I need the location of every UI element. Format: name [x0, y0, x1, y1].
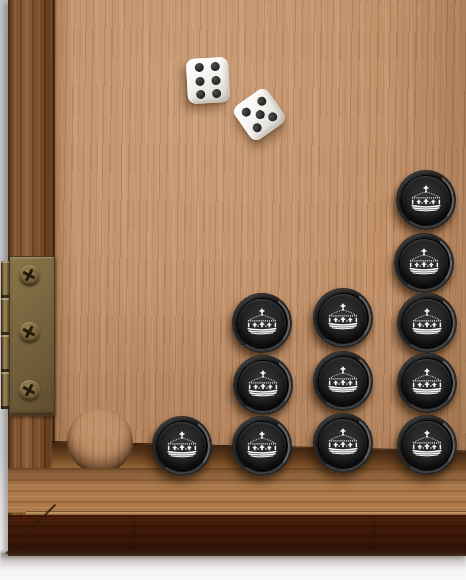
die-pip: [240, 106, 253, 119]
black-crown-checker[interactable]: [232, 293, 292, 353]
crown-emblem: [409, 366, 445, 397]
crown-emblem: [408, 183, 444, 214]
black-crown-checker[interactable]: [232, 416, 292, 476]
rail-joint: [133, 515, 135, 554]
die-pip: [212, 88, 221, 97]
die-pip: [195, 76, 204, 85]
die-pip: [211, 62, 220, 71]
crown-emblem: [164, 429, 200, 460]
die-pip: [194, 63, 203, 72]
die-pip: [196, 89, 205, 98]
hinge-screw: [19, 265, 40, 286]
bottom-rail: [8, 515, 466, 556]
frame-ledge: [8, 468, 466, 513]
black-crown-checker[interactable]: [394, 233, 454, 293]
black-crown-checker[interactable]: [313, 288, 373, 348]
crown-emblem: [245, 368, 281, 399]
crown-emblem: [409, 428, 445, 459]
crown-emblem: [244, 306, 280, 337]
black-crown-checker[interactable]: [313, 413, 373, 473]
die-pip: [267, 111, 280, 124]
black-crown-checker[interactable]: [313, 351, 373, 411]
hinge-screw: [19, 380, 40, 401]
crown-emblem: [325, 301, 361, 332]
crown-emblem: [409, 306, 445, 337]
black-crown-checker[interactable]: [233, 355, 293, 415]
rail-joint: [373, 515, 375, 554]
black-crown-checker[interactable]: [397, 293, 457, 353]
crown-emblem: [406, 246, 442, 277]
die-pip: [251, 122, 264, 135]
crown-emblem: [325, 364, 361, 395]
die-pip: [253, 108, 266, 121]
hinge-screw: [19, 322, 40, 343]
die-pip: [256, 95, 269, 108]
crown-emblem: [325, 426, 361, 457]
black-crown-checker[interactable]: [397, 415, 457, 475]
board-drop-shadow: [0, 552, 466, 570]
hinge-knuckles: [1, 261, 9, 409]
die-6[interactable]: [186, 57, 230, 104]
black-crown-checker[interactable]: [152, 416, 212, 476]
black-crown-checker[interactable]: [396, 170, 456, 230]
backgammon-case-photo: [0, 0, 466, 580]
crown-emblem: [244, 429, 280, 460]
die-pip: [212, 75, 221, 84]
routed-corner-scallop: [67, 408, 133, 474]
black-crown-checker[interactable]: [397, 353, 457, 413]
